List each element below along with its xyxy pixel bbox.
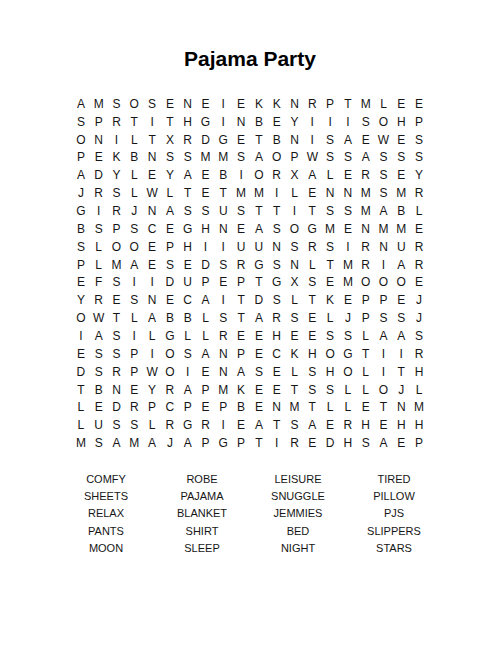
grid-cell[interactable]: P <box>197 434 215 452</box>
grid-cell[interactable]: L <box>339 381 357 399</box>
grid-cell[interactable]: U <box>179 274 197 292</box>
grid-cell[interactable]: A <box>250 220 268 238</box>
grid-cell[interactable]: A <box>303 416 321 434</box>
grid-cell[interactable]: I <box>375 345 393 363</box>
grid-cell[interactable]: P <box>375 291 393 309</box>
grid-cell[interactable]: E <box>339 291 357 309</box>
grid-cell[interactable]: S <box>214 309 232 327</box>
grid-cell[interactable]: I <box>143 274 161 292</box>
grid-cell[interactable]: O <box>108 238 126 256</box>
grid-cell[interactable]: M <box>250 184 268 202</box>
grid-cell[interactable]: E <box>268 363 286 381</box>
grid-cell[interactable]: T <box>303 291 321 309</box>
grid-cell[interactable]: T <box>268 416 286 434</box>
grid-cell[interactable]: N <box>286 95 304 113</box>
grid-cell[interactable]: R <box>410 345 428 363</box>
grid-cell[interactable]: E <box>392 131 410 149</box>
grid-cell[interactable]: E <box>143 238 161 256</box>
grid-cell[interactable]: B <box>90 381 108 399</box>
grid-cell[interactable]: E <box>197 166 215 184</box>
grid-cell[interactable]: E <box>339 220 357 238</box>
grid-cell[interactable]: E <box>250 398 268 416</box>
grid-cell[interactable]: J <box>410 291 428 309</box>
grid-cell[interactable]: O <box>125 95 143 113</box>
grid-cell[interactable]: P <box>125 345 143 363</box>
grid-cell[interactable]: S <box>179 345 197 363</box>
grid-cell[interactable]: O <box>161 363 179 381</box>
grid-cell[interactable]: O <box>161 345 179 363</box>
grid-cell[interactable]: Y <box>410 166 428 184</box>
grid-cell[interactable]: N <box>179 95 197 113</box>
grid-cell[interactable]: L <box>410 381 428 399</box>
grid-cell[interactable]: E <box>197 95 215 113</box>
grid-cell[interactable]: L <box>357 327 375 345</box>
grid-cell[interactable]: N <box>286 131 304 149</box>
grid-cell[interactable]: R <box>197 416 215 434</box>
grid-cell[interactable]: I <box>375 363 393 381</box>
grid-cell[interactable]: J <box>125 202 143 220</box>
grid-cell[interactable]: C <box>143 220 161 238</box>
grid-cell[interactable]: R <box>268 166 286 184</box>
grid-cell[interactable]: T <box>250 274 268 292</box>
grid-cell[interactable]: U <box>90 416 108 434</box>
grid-cell[interactable]: L <box>286 184 304 202</box>
grid-cell[interactable]: D <box>72 363 90 381</box>
grid-cell[interactable]: E <box>392 166 410 184</box>
grid-cell[interactable]: M <box>339 274 357 292</box>
grid-cell[interactable]: A <box>303 166 321 184</box>
grid-cell[interactable]: E <box>161 220 179 238</box>
grid-cell[interactable]: S <box>90 345 108 363</box>
grid-cell[interactable]: E <box>125 381 143 399</box>
grid-cell[interactable]: M <box>108 256 126 274</box>
grid-cell[interactable]: R <box>161 416 179 434</box>
grid-cell[interactable]: R <box>232 256 250 274</box>
grid-cell[interactable]: S <box>410 327 428 345</box>
grid-cell[interactable]: E <box>303 327 321 345</box>
grid-cell[interactable]: L <box>125 166 143 184</box>
grid-cell[interactable]: R <box>357 166 375 184</box>
grid-cell[interactable]: M <box>214 149 232 167</box>
grid-cell[interactable]: P <box>357 291 375 309</box>
grid-cell[interactable]: T <box>161 113 179 131</box>
grid-cell[interactable]: H <box>339 434 357 452</box>
grid-cell[interactable]: E <box>143 256 161 274</box>
grid-cell[interactable]: O <box>268 149 286 167</box>
grid-cell[interactable]: G <box>179 416 197 434</box>
grid-cell[interactable]: I <box>197 238 215 256</box>
grid-cell[interactable]: D <box>108 398 126 416</box>
grid-cell[interactable]: L <box>321 166 339 184</box>
grid-cell[interactable]: S <box>108 274 126 292</box>
grid-cell[interactable]: S <box>375 309 393 327</box>
grid-cell[interactable]: L <box>125 131 143 149</box>
grid-cell[interactable]: A <box>250 149 268 167</box>
grid-cell[interactable]: I <box>339 238 357 256</box>
grid-cell[interactable]: S <box>268 220 286 238</box>
grid-cell[interactable]: S <box>161 256 179 274</box>
grid-cell[interactable]: T <box>321 256 339 274</box>
grid-cell[interactable]: T <box>232 309 250 327</box>
grid-cell[interactable]: I <box>125 327 143 345</box>
grid-cell[interactable]: I <box>268 184 286 202</box>
grid-cell[interactable]: A <box>179 166 197 184</box>
grid-cell[interactable]: E <box>72 274 90 292</box>
grid-cell[interactable]: N <box>232 113 250 131</box>
grid-cell[interactable]: R <box>108 113 126 131</box>
grid-cell[interactable]: S <box>108 184 126 202</box>
grid-cell[interactable]: M <box>392 220 410 238</box>
grid-cell[interactable]: S <box>286 416 304 434</box>
grid-cell[interactable]: P <box>321 95 339 113</box>
grid-cell[interactable]: T <box>250 434 268 452</box>
grid-cell[interactable]: S <box>339 202 357 220</box>
grid-cell[interactable]: B <box>250 113 268 131</box>
grid-cell[interactable]: S <box>357 434 375 452</box>
grid-cell[interactable]: E <box>232 220 250 238</box>
grid-cell[interactable]: I <box>214 95 232 113</box>
grid-cell[interactable]: D <box>197 131 215 149</box>
grid-cell[interactable]: G <box>214 131 232 149</box>
grid-cell[interactable]: A <box>357 149 375 167</box>
grid-cell[interactable]: S <box>303 381 321 399</box>
grid-cell[interactable]: T <box>214 184 232 202</box>
grid-cell[interactable]: I <box>321 113 339 131</box>
grid-cell[interactable]: H <box>179 113 197 131</box>
grid-cell[interactable]: M <box>392 184 410 202</box>
grid-cell[interactable]: Y <box>143 381 161 399</box>
grid-cell[interactable]: E <box>214 274 232 292</box>
grid-cell[interactable]: E <box>232 327 250 345</box>
grid-cell[interactable]: R <box>125 398 143 416</box>
grid-cell[interactable]: J <box>339 309 357 327</box>
grid-cell[interactable]: A <box>250 416 268 434</box>
grid-cell[interactable]: M <box>339 256 357 274</box>
grid-cell[interactable]: S <box>108 95 126 113</box>
grid-cell[interactable]: L <box>143 416 161 434</box>
grid-cell[interactable]: L <box>72 398 90 416</box>
grid-cell[interactable]: P <box>143 398 161 416</box>
grid-cell[interactable]: E <box>108 291 126 309</box>
grid-cell[interactable]: N <box>214 363 232 381</box>
grid-cell[interactable]: L <box>161 184 179 202</box>
grid-cell[interactable]: I <box>179 363 197 381</box>
grid-cell[interactable]: L <box>375 95 393 113</box>
grid-cell[interactable]: E <box>161 291 179 309</box>
grid-cell[interactable]: M <box>375 220 393 238</box>
grid-cell[interactable]: S <box>161 149 179 167</box>
grid-cell[interactable]: P <box>410 113 428 131</box>
grid-cell[interactable]: A <box>392 327 410 345</box>
grid-cell[interactable]: L <box>339 398 357 416</box>
grid-cell[interactable]: H <box>410 416 428 434</box>
grid-cell[interactable]: L <box>357 381 375 399</box>
grid-cell[interactable]: M <box>357 202 375 220</box>
grid-cell[interactable]: I <box>125 274 143 292</box>
grid-cell[interactable]: A <box>375 434 393 452</box>
grid-cell[interactable]: N <box>108 381 126 399</box>
grid-cell[interactable]: E <box>375 416 393 434</box>
grid-cell[interactable]: R <box>108 363 126 381</box>
grid-cell[interactable]: L <box>125 309 143 327</box>
grid-cell[interactable]: M <box>197 149 215 167</box>
grid-cell[interactable]: D <box>90 166 108 184</box>
grid-cell[interactable]: M <box>214 381 232 399</box>
grid-cell[interactable]: E <box>410 274 428 292</box>
grid-cell[interactable]: T <box>303 202 321 220</box>
grid-cell[interactable]: B <box>214 166 232 184</box>
grid-cell[interactable]: S <box>125 416 143 434</box>
grid-cell[interactable]: A <box>392 256 410 274</box>
grid-cell[interactable]: G <box>268 274 286 292</box>
grid-cell[interactable]: I <box>339 113 357 131</box>
grid-cell[interactable]: S <box>392 309 410 327</box>
grid-cell[interactable]: M <box>90 95 108 113</box>
grid-cell[interactable]: S <box>90 434 108 452</box>
grid-cell[interactable]: S <box>375 149 393 167</box>
grid-cell[interactable]: A <box>143 434 161 452</box>
grid-cell[interactable]: N <box>339 184 357 202</box>
grid-cell[interactable]: A <box>108 434 126 452</box>
grid-cell[interactable]: S <box>90 220 108 238</box>
grid-cell[interactable]: T <box>392 363 410 381</box>
grid-cell[interactable]: N <box>268 398 286 416</box>
grid-cell[interactable]: I <box>143 345 161 363</box>
grid-cell[interactable]: A <box>72 95 90 113</box>
grid-cell[interactable]: E <box>268 113 286 131</box>
grid-cell[interactable]: D <box>161 274 179 292</box>
grid-cell[interactable]: U <box>250 238 268 256</box>
grid-cell[interactable]: E <box>197 184 215 202</box>
grid-cell[interactable]: L <box>90 256 108 274</box>
grid-cell[interactable]: O <box>375 381 393 399</box>
grid-cell[interactable]: M <box>125 434 143 452</box>
grid-cell[interactable]: L <box>410 202 428 220</box>
grid-cell[interactable]: O <box>250 166 268 184</box>
grid-cell[interactable]: T <box>108 309 126 327</box>
grid-cell[interactable]: L <box>90 238 108 256</box>
grid-cell[interactable]: F <box>90 274 108 292</box>
grid-cell[interactable]: L <box>179 327 197 345</box>
grid-cell[interactable]: S <box>268 256 286 274</box>
grid-cell[interactable]: N <box>90 131 108 149</box>
grid-cell[interactable]: N <box>143 291 161 309</box>
grid-cell[interactable]: M <box>357 95 375 113</box>
grid-cell[interactable]: B <box>232 398 250 416</box>
grid-cell[interactable]: A <box>339 131 357 149</box>
grid-cell[interactable]: T <box>339 95 357 113</box>
grid-cell[interactable]: B <box>72 220 90 238</box>
grid-cell[interactable]: H <box>268 327 286 345</box>
grid-cell[interactable]: E <box>303 184 321 202</box>
grid-cell[interactable]: S <box>72 113 90 131</box>
grid-cell[interactable]: P <box>179 398 197 416</box>
grid-cell[interactable]: L <box>303 256 321 274</box>
grid-cell[interactable]: T <box>268 202 286 220</box>
grid-cell[interactable]: P <box>232 345 250 363</box>
grid-cell[interactable]: S <box>179 149 197 167</box>
grid-cell[interactable]: J <box>392 381 410 399</box>
grid-cell[interactable]: P <box>90 113 108 131</box>
grid-cell[interactable]: L <box>125 184 143 202</box>
grid-cell[interactable]: A <box>250 309 268 327</box>
grid-cell[interactable]: A <box>197 345 215 363</box>
grid-cell[interactable]: N <box>392 398 410 416</box>
grid-cell[interactable]: K <box>250 95 268 113</box>
grid-cell[interactable]: U <box>232 238 250 256</box>
grid-cell[interactable]: T <box>179 184 197 202</box>
grid-cell[interactable]: A <box>375 202 393 220</box>
grid-cell[interactable]: E <box>357 398 375 416</box>
grid-cell[interactable]: X <box>161 131 179 149</box>
grid-cell[interactable]: E <box>232 95 250 113</box>
grid-cell[interactable]: I <box>268 434 286 452</box>
grid-cell[interactable]: T <box>250 202 268 220</box>
grid-cell[interactable]: K <box>232 381 250 399</box>
grid-cell[interactable]: E <box>286 327 304 345</box>
grid-cell[interactable]: P <box>232 434 250 452</box>
grid-cell[interactable]: R <box>410 184 428 202</box>
grid-cell[interactable]: E <box>250 345 268 363</box>
grid-cell[interactable]: S <box>125 220 143 238</box>
grid-cell[interactable]: S <box>197 202 215 220</box>
grid-cell[interactable]: H <box>392 113 410 131</box>
grid-cell[interactable]: R <box>286 434 304 452</box>
grid-cell[interactable]: R <box>90 184 108 202</box>
grid-cell[interactable]: P <box>214 398 232 416</box>
grid-cell[interactable]: Y <box>108 166 126 184</box>
grid-cell[interactable]: B <box>392 202 410 220</box>
grid-cell[interactable]: P <box>72 256 90 274</box>
grid-cell[interactable]: S <box>321 131 339 149</box>
grid-cell[interactable]: S <box>375 184 393 202</box>
grid-cell[interactable]: S <box>321 327 339 345</box>
grid-cell[interactable]: M <box>232 184 250 202</box>
grid-cell[interactable]: C <box>268 345 286 363</box>
grid-cell[interactable]: S <box>250 363 268 381</box>
grid-cell[interactable]: N <box>214 220 232 238</box>
grid-cell[interactable]: J <box>161 434 179 452</box>
grid-cell[interactable]: E <box>232 416 250 434</box>
grid-cell[interactable]: L <box>357 363 375 381</box>
grid-cell[interactable]: S <box>357 113 375 131</box>
grid-cell[interactable]: S <box>125 291 143 309</box>
grid-cell[interactable]: N <box>357 220 375 238</box>
grid-cell[interactable]: A <box>232 363 250 381</box>
grid-cell[interactable]: S <box>321 238 339 256</box>
grid-cell[interactable]: O <box>321 345 339 363</box>
grid-cell[interactable]: R <box>357 256 375 274</box>
grid-cell[interactable]: L <box>286 363 304 381</box>
grid-cell[interactable]: M <box>410 398 428 416</box>
grid-cell[interactable]: N <box>143 149 161 167</box>
grid-cell[interactable]: G <box>339 345 357 363</box>
grid-cell[interactable]: A <box>143 309 161 327</box>
grid-cell[interactable]: Y <box>72 291 90 309</box>
grid-cell[interactable]: S <box>339 149 357 167</box>
grid-cell[interactable]: G <box>250 256 268 274</box>
grid-cell[interactable]: H <box>357 416 375 434</box>
grid-cell[interactable]: I <box>143 113 161 131</box>
grid-cell[interactable]: O <box>392 274 410 292</box>
grid-cell[interactable]: A <box>72 166 90 184</box>
grid-cell[interactable]: W <box>375 131 393 149</box>
grid-cell[interactable]: S <box>321 381 339 399</box>
grid-cell[interactable]: B <box>161 309 179 327</box>
grid-cell[interactable]: S <box>108 416 126 434</box>
grid-cell[interactable]: P <box>161 238 179 256</box>
grid-cell[interactable]: I <box>232 166 250 184</box>
grid-cell[interactable]: S <box>303 363 321 381</box>
grid-cell[interactable]: E <box>410 220 428 238</box>
grid-cell[interactable]: B <box>268 131 286 149</box>
grid-cell[interactable]: P <box>108 220 126 238</box>
grid-cell[interactable]: A <box>125 256 143 274</box>
grid-cell[interactable]: N <box>321 184 339 202</box>
grid-cell[interactable]: S <box>286 238 304 256</box>
grid-cell[interactable]: P <box>72 149 90 167</box>
grid-cell[interactable]: B <box>179 309 197 327</box>
grid-cell[interactable]: S <box>232 149 250 167</box>
grid-cell[interactable]: D <box>197 256 215 274</box>
grid-cell[interactable]: S <box>232 202 250 220</box>
grid-cell[interactable]: P <box>286 149 304 167</box>
grid-cell[interactable]: R <box>268 309 286 327</box>
grid-cell[interactable]: R <box>339 416 357 434</box>
grid-cell[interactable]: L <box>143 327 161 345</box>
grid-cell[interactable]: R <box>303 95 321 113</box>
grid-cell[interactable]: T <box>375 398 393 416</box>
grid-cell[interactable]: O <box>72 131 90 149</box>
grid-cell[interactable]: K <box>268 95 286 113</box>
grid-cell[interactable]: S <box>392 149 410 167</box>
grid-cell[interactable]: E <box>197 398 215 416</box>
grid-cell[interactable]: O <box>125 238 143 256</box>
grid-cell[interactable]: E <box>197 363 215 381</box>
grid-cell[interactable]: E <box>143 166 161 184</box>
grid-cell[interactable]: J <box>72 184 90 202</box>
grid-cell[interactable]: G <box>72 202 90 220</box>
grid-cell[interactable]: E <box>392 291 410 309</box>
grid-cell[interactable]: T <box>250 131 268 149</box>
grid-cell[interactable]: S <box>108 345 126 363</box>
grid-cell[interactable]: M <box>72 434 90 452</box>
grid-cell[interactable]: E <box>90 149 108 167</box>
grid-cell[interactable]: I <box>392 345 410 363</box>
grid-cell[interactable]: S <box>321 149 339 167</box>
grid-cell[interactable]: O <box>375 113 393 131</box>
grid-cell[interactable]: E <box>321 416 339 434</box>
grid-cell[interactable]: R <box>303 238 321 256</box>
grid-cell[interactable]: M <box>321 220 339 238</box>
grid-cell[interactable]: K <box>321 291 339 309</box>
grid-cell[interactable]: H <box>197 220 215 238</box>
grid-cell[interactable]: R <box>357 238 375 256</box>
grid-cell[interactable]: P <box>410 434 428 452</box>
grid-cell[interactable]: G <box>161 327 179 345</box>
grid-cell[interactable]: N <box>375 238 393 256</box>
grid-cell[interactable]: E <box>410 95 428 113</box>
grid-cell[interactable]: O <box>339 363 357 381</box>
grid-cell[interactable]: I <box>214 113 232 131</box>
grid-cell[interactable]: S <box>268 291 286 309</box>
grid-cell[interactable]: W <box>90 309 108 327</box>
grid-cell[interactable]: N <box>268 238 286 256</box>
grid-cell[interactable]: S <box>179 202 197 220</box>
grid-cell[interactable]: N <box>214 345 232 363</box>
grid-cell[interactable]: R <box>214 327 232 345</box>
grid-cell[interactable]: P <box>357 309 375 327</box>
